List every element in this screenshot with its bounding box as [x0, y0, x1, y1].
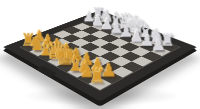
- chess-board: ♜♞♝♛♚♝♞♜♟♟♟♟♟♟♟♟♟♟♟♟♟♟♟♟♜♞♝♛♚♝♞♜: [21, 16, 179, 90]
- square-h1[interactable]: ♜: [88, 78, 111, 90]
- piece-black-pawn-h7[interactable]: ♟: [145, 37, 172, 53]
- chess-set-scene: ♜♞♝♛♚♝♞♜♟♟♟♟♟♟♟♟♟♟♟♟♟♟♟♟♜♞♝♛♚♝♞♜: [0, 0, 200, 109]
- piece-white-rook-h1[interactable]: ♜: [82, 66, 113, 86]
- square-h7[interactable]: ♟: [151, 47, 171, 56]
